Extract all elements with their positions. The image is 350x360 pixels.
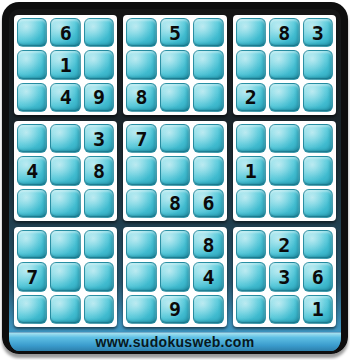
- cell-r2c4[interactable]: [126, 50, 156, 79]
- cell-r1c5[interactable]: 5: [160, 18, 190, 47]
- given-digit: 6: [202, 193, 214, 213]
- box-8: 849: [123, 227, 226, 327]
- box-6: 1: [233, 121, 336, 221]
- given-digit: 7: [26, 267, 38, 287]
- cell-r2c8[interactable]: [269, 50, 299, 79]
- given-digit: 6: [312, 267, 324, 287]
- given-digit: 9: [93, 87, 105, 107]
- cell-r8c3[interactable]: [84, 262, 114, 291]
- cell-r4c7[interactable]: [236, 124, 266, 153]
- box-1: 6149: [14, 15, 117, 115]
- cell-r6c7[interactable]: [236, 189, 266, 218]
- cell-r1c3[interactable]: [84, 18, 114, 47]
- given-digit: 5: [169, 23, 181, 43]
- cell-r6c9[interactable]: [303, 189, 333, 218]
- cell-r3c5[interactable]: [160, 83, 190, 112]
- cell-r9c3[interactable]: [84, 295, 114, 324]
- cell-r9c9[interactable]: 1: [303, 295, 333, 324]
- cell-r9c6[interactable]: [193, 295, 223, 324]
- cell-r3c4[interactable]: 8: [126, 83, 156, 112]
- cell-r7c1[interactable]: [17, 230, 47, 259]
- cell-r2c1[interactable]: [17, 50, 47, 79]
- cell-r3c3[interactable]: 9: [84, 83, 114, 112]
- cell-r1c1[interactable]: [17, 18, 47, 47]
- cell-r7c2[interactable]: [50, 230, 80, 259]
- cell-r3c1[interactable]: [17, 83, 47, 112]
- cell-r2c7[interactable]: [236, 50, 266, 79]
- sudoku-board: 614958832348786178492361: [14, 15, 336, 327]
- given-digit: 1: [312, 299, 324, 319]
- given-digit: 8: [136, 87, 148, 107]
- cell-r7c9[interactable]: [303, 230, 333, 259]
- given-digit: 4: [26, 161, 38, 181]
- given-digit: 1: [245, 161, 257, 181]
- cell-r9c8[interactable]: [269, 295, 299, 324]
- cell-r7c5[interactable]: [160, 230, 190, 259]
- cell-r3c7[interactable]: 2: [236, 83, 266, 112]
- cell-r7c3[interactable]: [84, 230, 114, 259]
- box-3: 832: [233, 15, 336, 115]
- given-digit: 7: [136, 129, 148, 149]
- cell-r1c7[interactable]: [236, 18, 266, 47]
- cell-r6c5[interactable]: 8: [160, 189, 190, 218]
- cell-r9c5[interactable]: 9: [160, 295, 190, 324]
- sudoku-widget: 614958832348786178492361 www.sudokusweb.…: [2, 2, 348, 354]
- cell-r8c9[interactable]: 6: [303, 262, 333, 291]
- cell-r8c5[interactable]: [160, 262, 190, 291]
- cell-r9c7[interactable]: [236, 295, 266, 324]
- cell-r8c7[interactable]: [236, 262, 266, 291]
- cell-r9c4[interactable]: [126, 295, 156, 324]
- cell-r4c5[interactable]: [160, 124, 190, 153]
- given-digit: 3: [93, 129, 105, 149]
- box-4: 348: [14, 121, 117, 221]
- given-digit: 1: [60, 55, 72, 75]
- cell-r4c8[interactable]: [269, 124, 299, 153]
- cell-r1c6[interactable]: [193, 18, 223, 47]
- given-digit: 8: [169, 193, 181, 213]
- cell-r5c9[interactable]: [303, 156, 333, 185]
- cell-r4c2[interactable]: [50, 124, 80, 153]
- cell-r7c7[interactable]: [236, 230, 266, 259]
- cell-r3c9[interactable]: [303, 83, 333, 112]
- cell-r6c3[interactable]: [84, 189, 114, 218]
- cell-r9c2[interactable]: [50, 295, 80, 324]
- given-digit: 3: [312, 23, 324, 43]
- cell-r4c9[interactable]: [303, 124, 333, 153]
- cell-r9c1[interactable]: [17, 295, 47, 324]
- cell-r8c4[interactable]: [126, 262, 156, 291]
- cell-r1c9[interactable]: 3: [303, 18, 333, 47]
- cell-r5c3[interactable]: 8: [84, 156, 114, 185]
- cell-r3c8[interactable]: [269, 83, 299, 112]
- given-digit: 8: [93, 161, 105, 181]
- given-digit: 4: [202, 267, 214, 287]
- box-7: 7: [14, 227, 117, 327]
- box-2: 58: [123, 15, 226, 115]
- given-digit: 6: [60, 23, 72, 43]
- cell-r4c4[interactable]: 7: [126, 124, 156, 153]
- cell-r5c1[interactable]: 4: [17, 156, 47, 185]
- cell-r8c1[interactable]: 7: [17, 262, 47, 291]
- cell-r5c6[interactable]: [193, 156, 223, 185]
- cell-r8c8[interactable]: 3: [269, 262, 299, 291]
- cell-r3c6[interactable]: [193, 83, 223, 112]
- cell-r7c4[interactable]: [126, 230, 156, 259]
- cell-r6c8[interactable]: [269, 189, 299, 218]
- cell-r5c2[interactable]: [50, 156, 80, 185]
- given-digit: 4: [60, 87, 72, 107]
- cell-r5c7[interactable]: 1: [236, 156, 266, 185]
- cell-r2c9[interactable]: [303, 50, 333, 79]
- given-digit: 3: [278, 267, 290, 287]
- box-5: 786: [123, 121, 226, 221]
- given-digit: 8: [278, 23, 290, 43]
- cell-r3c2[interactable]: 4: [50, 83, 80, 112]
- given-digit: 8: [202, 235, 214, 255]
- cell-r2c3[interactable]: [84, 50, 114, 79]
- cell-r5c4[interactable]: [126, 156, 156, 185]
- cell-r6c1[interactable]: [17, 189, 47, 218]
- given-digit: 2: [245, 87, 257, 107]
- given-digit: 2: [278, 235, 290, 255]
- cell-r4c6[interactable]: [193, 124, 223, 153]
- cell-r8c2[interactable]: [50, 262, 80, 291]
- cell-r5c5[interactable]: [160, 156, 190, 185]
- cell-r2c6[interactable]: [193, 50, 223, 79]
- cell-r1c8[interactable]: 8: [269, 18, 299, 47]
- cell-r7c6[interactable]: 8: [193, 230, 223, 259]
- cell-r4c3[interactable]: 3: [84, 124, 114, 153]
- cell-r1c2[interactable]: 6: [50, 18, 80, 47]
- footer-link[interactable]: www.sudokusweb.com: [9, 332, 341, 351]
- cell-r6c2[interactable]: [50, 189, 80, 218]
- cell-r5c8[interactable]: [269, 156, 299, 185]
- cell-r6c4[interactable]: [126, 189, 156, 218]
- cell-r2c5[interactable]: [160, 50, 190, 79]
- box-9: 2361: [233, 227, 336, 327]
- cell-r7c8[interactable]: 2: [269, 230, 299, 259]
- cell-r8c6[interactable]: 4: [193, 262, 223, 291]
- cell-r2c2[interactable]: 1: [50, 50, 80, 79]
- cell-r4c1[interactable]: [17, 124, 47, 153]
- cell-r1c4[interactable]: [126, 18, 156, 47]
- cell-r6c6[interactable]: 6: [193, 189, 223, 218]
- given-digit: 9: [169, 299, 181, 319]
